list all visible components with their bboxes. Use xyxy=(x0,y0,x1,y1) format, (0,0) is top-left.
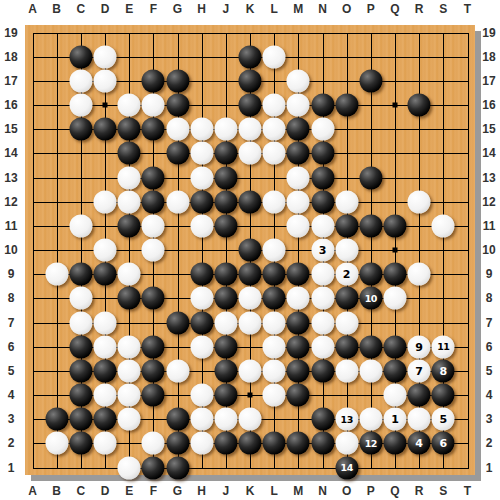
white-stone xyxy=(384,384,407,407)
white-stone xyxy=(94,69,117,92)
row-label-right: 5 xyxy=(486,365,493,377)
black-stone: 12 xyxy=(359,432,382,455)
column-label-top: G xyxy=(173,3,182,15)
row-label-left: 9 xyxy=(8,268,15,280)
row-label-left: 2 xyxy=(8,437,15,449)
white-stone xyxy=(214,118,237,141)
white-stone: 9 xyxy=(408,335,431,358)
black-stone xyxy=(166,142,189,165)
column-label-bottom: Q xyxy=(390,485,399,497)
column-label-top: O xyxy=(342,3,351,15)
white-stone: 2 xyxy=(335,263,358,286)
column-label-top: P xyxy=(367,3,375,15)
white-stone xyxy=(287,94,310,117)
black-stone xyxy=(166,432,189,455)
white-stone xyxy=(359,359,382,382)
white-stone xyxy=(118,335,141,358)
white-stone xyxy=(263,94,286,117)
white-stone xyxy=(190,214,213,237)
column-label-bottom: R xyxy=(415,485,424,497)
row-label-left: 3 xyxy=(8,413,15,425)
black-stone xyxy=(142,359,165,382)
row-label-left: 13 xyxy=(4,172,17,184)
white-stone xyxy=(311,287,334,310)
row-label-right: 1 xyxy=(486,462,493,474)
black-stone xyxy=(214,142,237,165)
black-stone xyxy=(359,214,382,237)
column-label-bottom: M xyxy=(293,485,303,497)
black-stone xyxy=(214,166,237,189)
black-stone xyxy=(166,456,189,479)
go-diagram: 3210911781315124614 AABBCCDDEEFFGGHHJJKK… xyxy=(0,0,500,500)
white-stone xyxy=(94,384,117,407)
white-stone xyxy=(118,456,141,479)
column-label-top: B xyxy=(52,3,61,15)
black-stone xyxy=(287,142,310,165)
black-stone xyxy=(94,118,117,141)
row-label-right: 14 xyxy=(482,147,495,159)
white-stone xyxy=(263,45,286,68)
grid-line-vertical xyxy=(371,33,372,469)
row-label-right: 3 xyxy=(486,413,493,425)
row-label-right: 16 xyxy=(482,99,495,111)
black-stone xyxy=(69,263,92,286)
white-stone xyxy=(408,263,431,286)
column-label-top: D xyxy=(101,3,110,15)
move-number: 1 xyxy=(391,414,399,425)
white-stone xyxy=(311,214,334,237)
black-stone xyxy=(263,263,286,286)
black-stone xyxy=(311,142,334,165)
row-label-left: 15 xyxy=(4,123,17,135)
column-label-bottom: B xyxy=(52,485,61,497)
black-stone xyxy=(239,239,262,262)
row-label-right: 4 xyxy=(486,389,493,401)
black-stone xyxy=(118,214,141,237)
column-label-bottom: S xyxy=(439,485,447,497)
black-stone xyxy=(311,94,334,117)
white-stone xyxy=(69,214,92,237)
white-stone xyxy=(311,118,334,141)
white-stone xyxy=(214,311,237,334)
white-stone xyxy=(311,263,334,286)
white-stone: 5 xyxy=(432,408,455,431)
black-stone xyxy=(166,311,189,334)
column-label-top: J xyxy=(222,3,229,15)
black-stone xyxy=(94,359,117,382)
row-label-right: 8 xyxy=(486,292,493,304)
black-stone xyxy=(239,263,262,286)
row-label-left: 7 xyxy=(8,317,15,329)
black-stone xyxy=(190,190,213,213)
black-stone xyxy=(239,69,262,92)
black-stone xyxy=(190,263,213,286)
black-stone xyxy=(311,432,334,455)
black-stone xyxy=(214,190,237,213)
black-stone xyxy=(239,432,262,455)
white-stone xyxy=(190,432,213,455)
column-label-bottom: C xyxy=(76,485,85,497)
column-label-bottom: J xyxy=(222,485,229,497)
white-stone xyxy=(432,214,455,237)
black-stone xyxy=(287,384,310,407)
black-stone xyxy=(166,69,189,92)
black-stone xyxy=(69,384,92,407)
black-stone xyxy=(287,311,310,334)
white-stone xyxy=(94,239,117,262)
black-stone xyxy=(214,335,237,358)
column-label-bottom: O xyxy=(342,485,351,497)
black-stone xyxy=(69,45,92,68)
move-number: 4 xyxy=(415,438,423,449)
move-number: 9 xyxy=(415,341,423,352)
grid-line-vertical xyxy=(468,33,469,469)
white-stone xyxy=(118,94,141,117)
column-label-bottom: G xyxy=(173,485,182,497)
row-label-right: 7 xyxy=(486,317,493,329)
white-stone xyxy=(335,311,358,334)
black-stone xyxy=(384,263,407,286)
black-stone xyxy=(142,190,165,213)
white-stone xyxy=(69,94,92,117)
move-number: 2 xyxy=(343,269,351,280)
row-label-left: 16 xyxy=(4,99,17,111)
move-number: 13 xyxy=(341,414,353,424)
white-stone xyxy=(263,311,286,334)
white-stone xyxy=(69,311,92,334)
star-point xyxy=(393,103,398,108)
black-stone xyxy=(69,118,92,141)
white-stone xyxy=(311,335,334,358)
black-stone xyxy=(118,287,141,310)
black-stone: 8 xyxy=(432,359,455,382)
white-stone xyxy=(94,432,117,455)
white-stone: 13 xyxy=(335,408,358,431)
black-stone: 10 xyxy=(359,287,382,310)
column-label-top: H xyxy=(197,3,206,15)
white-stone xyxy=(287,287,310,310)
white-stone xyxy=(190,408,213,431)
black-stone xyxy=(311,190,334,213)
white-stone xyxy=(263,118,286,141)
column-label-bottom: A xyxy=(28,485,37,497)
white-stone xyxy=(335,239,358,262)
row-label-left: 5 xyxy=(8,365,15,377)
white-stone xyxy=(166,118,189,141)
move-number: 11 xyxy=(437,342,449,352)
black-stone xyxy=(45,408,68,431)
white-stone xyxy=(263,384,286,407)
black-stone xyxy=(263,432,286,455)
row-label-left: 8 xyxy=(8,292,15,304)
white-stone xyxy=(190,287,213,310)
white-stone xyxy=(287,69,310,92)
white-stone xyxy=(263,335,286,358)
column-label-top: K xyxy=(246,3,255,15)
white-stone xyxy=(335,432,358,455)
black-stone xyxy=(142,287,165,310)
move-number: 12 xyxy=(365,439,377,449)
white-stone xyxy=(311,311,334,334)
white-stone xyxy=(118,190,141,213)
black-stone xyxy=(359,69,382,92)
black-stone xyxy=(335,94,358,117)
white-stone xyxy=(287,166,310,189)
black-stone xyxy=(384,214,407,237)
black-stone xyxy=(287,335,310,358)
black-stone xyxy=(311,166,334,189)
black-stone xyxy=(142,166,165,189)
white-stone: 1 xyxy=(384,408,407,431)
black-stone xyxy=(335,214,358,237)
white-stone xyxy=(287,214,310,237)
black-stone xyxy=(287,432,310,455)
black-stone xyxy=(214,432,237,455)
white-stone xyxy=(214,408,237,431)
white-stone xyxy=(384,287,407,310)
column-label-top: A xyxy=(28,3,37,15)
row-label-left: 11 xyxy=(5,220,18,232)
row-label-left: 4 xyxy=(8,389,15,401)
column-label-top: T xyxy=(464,3,471,15)
column-label-top: F xyxy=(150,3,157,15)
white-stone xyxy=(94,45,117,68)
row-label-left: 6 xyxy=(8,341,15,353)
white-stone xyxy=(118,408,141,431)
white-stone xyxy=(94,311,117,334)
black-stone: 6 xyxy=(432,432,455,455)
black-stone xyxy=(94,263,117,286)
black-stone xyxy=(263,287,286,310)
column-label-top: Q xyxy=(390,3,399,15)
black-stone xyxy=(384,432,407,455)
white-stone xyxy=(142,239,165,262)
black-stone xyxy=(408,94,431,117)
black-stone xyxy=(166,94,189,117)
white-stone xyxy=(69,69,92,92)
white-stone xyxy=(335,190,358,213)
grid-line-horizontal xyxy=(33,468,469,469)
black-stone xyxy=(118,142,141,165)
black-stone xyxy=(359,166,382,189)
white-stone xyxy=(239,118,262,141)
move-number: 3 xyxy=(319,245,327,256)
black-stone xyxy=(384,335,407,358)
white-stone xyxy=(45,432,68,455)
row-label-right: 13 xyxy=(482,172,495,184)
row-label-right: 11 xyxy=(483,220,496,232)
black-stone xyxy=(214,263,237,286)
white-stone xyxy=(118,384,141,407)
row-label-right: 2 xyxy=(486,437,493,449)
white-stone xyxy=(45,263,68,286)
row-label-left: 18 xyxy=(4,51,17,63)
move-number: 7 xyxy=(415,365,423,376)
white-stone xyxy=(118,263,141,286)
column-label-top: E xyxy=(125,3,133,15)
black-stone xyxy=(142,456,165,479)
black-stone xyxy=(214,287,237,310)
white-stone xyxy=(239,142,262,165)
white-stone xyxy=(263,359,286,382)
white-stone: 7 xyxy=(408,359,431,382)
white-stone xyxy=(263,239,286,262)
move-number: 6 xyxy=(440,438,448,449)
black-stone: 4 xyxy=(408,432,431,455)
column-label-top: N xyxy=(318,3,327,15)
black-stone xyxy=(239,45,262,68)
black-stone xyxy=(214,384,237,407)
white-stone xyxy=(166,359,189,382)
white-stone xyxy=(335,359,358,382)
row-label-left: 19 xyxy=(4,27,17,39)
black-stone xyxy=(311,359,334,382)
white-stone xyxy=(190,142,213,165)
white-stone xyxy=(287,190,310,213)
row-label-right: 12 xyxy=(482,196,495,208)
white-stone: 11 xyxy=(432,335,455,358)
black-stone xyxy=(335,287,358,310)
white-stone xyxy=(118,166,141,189)
black-stone xyxy=(69,432,92,455)
white-stone xyxy=(263,190,286,213)
white-stone xyxy=(94,335,117,358)
black-stone xyxy=(359,263,382,286)
column-label-bottom: T xyxy=(464,485,471,497)
black-stone: 14 xyxy=(335,456,358,479)
black-stone xyxy=(408,384,431,407)
black-stone xyxy=(239,94,262,117)
column-label-top: C xyxy=(76,3,85,15)
black-stone xyxy=(359,335,382,358)
white-stone xyxy=(94,190,117,213)
move-number: 14 xyxy=(341,463,353,473)
move-number: 5 xyxy=(440,414,448,425)
black-stone xyxy=(142,335,165,358)
white-stone xyxy=(142,94,165,117)
column-label-bottom: F xyxy=(150,485,157,497)
black-stone xyxy=(335,335,358,358)
black-stone xyxy=(142,69,165,92)
white-stone xyxy=(408,190,431,213)
black-stone xyxy=(142,384,165,407)
star-point xyxy=(393,248,398,253)
column-label-top: M xyxy=(293,3,303,15)
black-stone xyxy=(287,359,310,382)
row-label-left: 1 xyxy=(8,462,15,474)
column-label-top: R xyxy=(415,3,424,15)
column-label-top: L xyxy=(270,3,277,15)
white-stone xyxy=(190,335,213,358)
white-stone xyxy=(239,359,262,382)
move-number: 8 xyxy=(440,365,448,376)
white-stone xyxy=(408,408,431,431)
white-stone xyxy=(142,214,165,237)
white-stone xyxy=(239,408,262,431)
black-stone xyxy=(166,408,189,431)
white-stone xyxy=(190,384,213,407)
black-stone xyxy=(239,190,262,213)
white-stone xyxy=(190,166,213,189)
black-stone xyxy=(384,359,407,382)
white-stone xyxy=(118,359,141,382)
column-label-bottom: H xyxy=(197,485,206,497)
row-label-left: 10 xyxy=(4,244,17,256)
row-label-right: 6 xyxy=(486,341,493,353)
white-stone xyxy=(142,432,165,455)
row-label-right: 18 xyxy=(482,51,495,63)
column-label-bottom: N xyxy=(318,485,327,497)
black-stone xyxy=(190,311,213,334)
column-label-bottom: D xyxy=(101,485,110,497)
white-stone xyxy=(359,408,382,431)
white-stone xyxy=(166,190,189,213)
black-stone xyxy=(287,263,310,286)
column-label-bottom: K xyxy=(246,485,255,497)
column-label-bottom: E xyxy=(125,485,133,497)
white-stone xyxy=(69,287,92,310)
black-stone xyxy=(287,118,310,141)
black-stone xyxy=(94,408,117,431)
column-label-top: S xyxy=(439,3,447,15)
row-label-right: 10 xyxy=(482,244,495,256)
star-point xyxy=(103,103,108,108)
black-stone xyxy=(214,359,237,382)
column-label-bottom: L xyxy=(270,485,277,497)
black-stone xyxy=(214,214,237,237)
move-number: 10 xyxy=(365,294,377,304)
black-stone xyxy=(69,335,92,358)
black-stone xyxy=(432,384,455,407)
black-stone xyxy=(142,118,165,141)
white-stone xyxy=(190,118,213,141)
column-label-bottom: P xyxy=(367,485,375,497)
go-board[interactable]: 3210911781315124614 xyxy=(25,25,475,475)
row-label-right: 15 xyxy=(482,123,495,135)
black-stone xyxy=(69,359,92,382)
white-stone xyxy=(239,287,262,310)
white-stone xyxy=(263,142,286,165)
black-stone xyxy=(69,408,92,431)
white-stone xyxy=(239,311,262,334)
row-label-right: 9 xyxy=(486,268,493,280)
black-stone xyxy=(118,118,141,141)
row-label-left: 17 xyxy=(4,75,17,87)
row-label-left: 12 xyxy=(4,196,17,208)
star-point xyxy=(248,393,253,398)
row-label-left: 14 xyxy=(4,147,17,159)
white-stone: 3 xyxy=(311,239,334,262)
black-stone xyxy=(311,408,334,431)
row-label-right: 17 xyxy=(482,75,495,87)
row-label-right: 19 xyxy=(482,27,495,39)
